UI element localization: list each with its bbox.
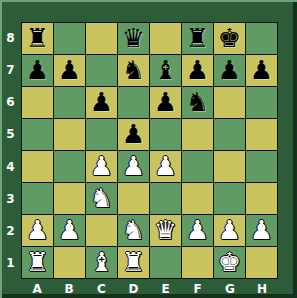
file-label-h: H [246, 281, 278, 296]
square-a7[interactable]: ♟ [22, 55, 53, 86]
square-g2[interactable]: ♟ [214, 215, 245, 246]
square-c3[interactable]: ♞ [86, 183, 117, 214]
square-g8[interactable]: ♚ [214, 23, 245, 54]
square-d7[interactable]: ♞ [118, 55, 149, 86]
square-c1[interactable]: ♝ [86, 247, 117, 278]
square-f6[interactable]: ♞ [182, 87, 213, 118]
chess-diagram: 87654321 ♜♛♜♚♟♟♞♝♟♟♟♟♟♞♟♟♟♟♞♟♟♞♛♟♟♟♜♝♜♚ … [0, 0, 297, 298]
square-f4[interactable] [182, 151, 213, 182]
square-g6[interactable] [214, 87, 245, 118]
square-f3[interactable] [182, 183, 213, 214]
square-b3[interactable] [54, 183, 85, 214]
square-g7[interactable]: ♟ [214, 55, 245, 86]
square-e6[interactable]: ♟ [150, 87, 181, 118]
square-a8[interactable]: ♜ [22, 23, 53, 54]
square-h6[interactable] [246, 87, 277, 118]
white-pawn: ♟ [86, 151, 117, 182]
white-pawn: ♟ [182, 215, 213, 246]
square-d3[interactable] [118, 183, 149, 214]
white-pawn: ♟ [22, 215, 53, 246]
rank-label-2: 2 [0, 215, 21, 247]
black-king: ♚ [214, 23, 245, 54]
square-b6[interactable] [54, 87, 85, 118]
square-d8[interactable]: ♛ [118, 23, 149, 54]
square-d2[interactable]: ♞ [118, 215, 149, 246]
square-f5[interactable] [182, 119, 213, 150]
file-label-d: D [117, 281, 149, 296]
white-rook: ♜ [118, 247, 149, 278]
square-g4[interactable] [214, 151, 245, 182]
square-e2[interactable]: ♛ [150, 215, 181, 246]
white-pawn: ♟ [118, 151, 149, 182]
square-e7[interactable]: ♝ [150, 55, 181, 86]
square-d5[interactable]: ♟ [118, 119, 149, 150]
file-label-g: G [214, 281, 246, 296]
black-pawn: ♟ [246, 55, 277, 86]
file-labels: ABCDEFGH [21, 281, 278, 296]
black-pawn: ♟ [54, 55, 85, 86]
black-pawn: ♟ [118, 119, 149, 150]
square-a1[interactable]: ♜ [22, 247, 53, 278]
square-a6[interactable] [22, 87, 53, 118]
square-b8[interactable] [54, 23, 85, 54]
square-d1[interactable]: ♜ [118, 247, 149, 278]
square-h1[interactable] [246, 247, 277, 278]
square-b4[interactable] [54, 151, 85, 182]
square-h2[interactable]: ♟ [246, 215, 277, 246]
square-e8[interactable] [150, 23, 181, 54]
white-pawn: ♟ [214, 215, 245, 246]
square-b5[interactable] [54, 119, 85, 150]
white-king: ♚ [214, 247, 245, 278]
square-d4[interactable]: ♟ [118, 151, 149, 182]
white-pawn: ♟ [150, 151, 181, 182]
square-h4[interactable] [246, 151, 277, 182]
square-b2[interactable]: ♟ [54, 215, 85, 246]
square-c4[interactable]: ♟ [86, 151, 117, 182]
square-f8[interactable]: ♜ [182, 23, 213, 54]
square-g5[interactable] [214, 119, 245, 150]
white-bishop: ♝ [86, 247, 117, 278]
square-h7[interactable]: ♟ [246, 55, 277, 86]
white-pawn: ♟ [246, 215, 277, 246]
black-pawn: ♟ [214, 55, 245, 86]
square-c6[interactable]: ♟ [86, 87, 117, 118]
file-label-c: C [85, 281, 117, 296]
square-c2[interactable] [86, 215, 117, 246]
square-e3[interactable] [150, 183, 181, 214]
rank-label-7: 7 [0, 54, 21, 86]
black-queen: ♛ [118, 23, 149, 54]
square-g3[interactable] [214, 183, 245, 214]
rank-label-6: 6 [0, 86, 21, 118]
white-knight: ♞ [118, 215, 149, 246]
square-h3[interactable] [246, 183, 277, 214]
white-queen: ♛ [150, 215, 181, 246]
file-label-a: A [21, 281, 53, 296]
square-c8[interactable] [86, 23, 117, 54]
black-pawn: ♟ [22, 55, 53, 86]
square-c5[interactable] [86, 119, 117, 150]
white-rook: ♜ [22, 247, 53, 278]
black-bishop: ♝ [150, 55, 181, 86]
square-a5[interactable] [22, 119, 53, 150]
file-label-b: B [53, 281, 85, 296]
rank-labels: 87654321 [0, 22, 21, 279]
rank-label-1: 1 [0, 247, 21, 279]
black-pawn: ♟ [86, 87, 117, 118]
rank-label-5: 5 [0, 118, 21, 150]
square-g1[interactable]: ♚ [214, 247, 245, 278]
black-rook: ♜ [22, 23, 53, 54]
square-e4[interactable]: ♟ [150, 151, 181, 182]
file-label-f: F [182, 281, 214, 296]
square-e1[interactable] [150, 247, 181, 278]
black-knight: ♞ [182, 87, 213, 118]
file-label-e: E [150, 281, 182, 296]
square-h5[interactable] [246, 119, 277, 150]
square-e5[interactable] [150, 119, 181, 150]
black-knight: ♞ [118, 55, 149, 86]
black-rook: ♜ [182, 23, 213, 54]
square-a3[interactable] [22, 183, 53, 214]
black-pawn: ♟ [150, 87, 181, 118]
square-a4[interactable] [22, 151, 53, 182]
white-pawn: ♟ [54, 215, 85, 246]
square-f1[interactable] [182, 247, 213, 278]
square-d6[interactable] [118, 87, 149, 118]
white-knight: ♞ [86, 183, 117, 214]
rank-label-3: 3 [0, 183, 21, 215]
rank-label-8: 8 [0, 22, 21, 54]
square-b7[interactable]: ♟ [54, 55, 85, 86]
square-f7[interactable]: ♟ [182, 55, 213, 86]
black-pawn: ♟ [182, 55, 213, 86]
square-a2[interactable]: ♟ [22, 215, 53, 246]
square-h8[interactable] [246, 23, 277, 54]
rank-label-4: 4 [0, 151, 21, 183]
chess-board: ♜♛♜♚♟♟♞♝♟♟♟♟♟♞♟♟♟♟♞♟♟♞♛♟♟♟♜♝♜♚ [21, 22, 278, 279]
square-c7[interactable] [86, 55, 117, 86]
square-b1[interactable] [54, 247, 85, 278]
square-f2[interactable]: ♟ [182, 215, 213, 246]
